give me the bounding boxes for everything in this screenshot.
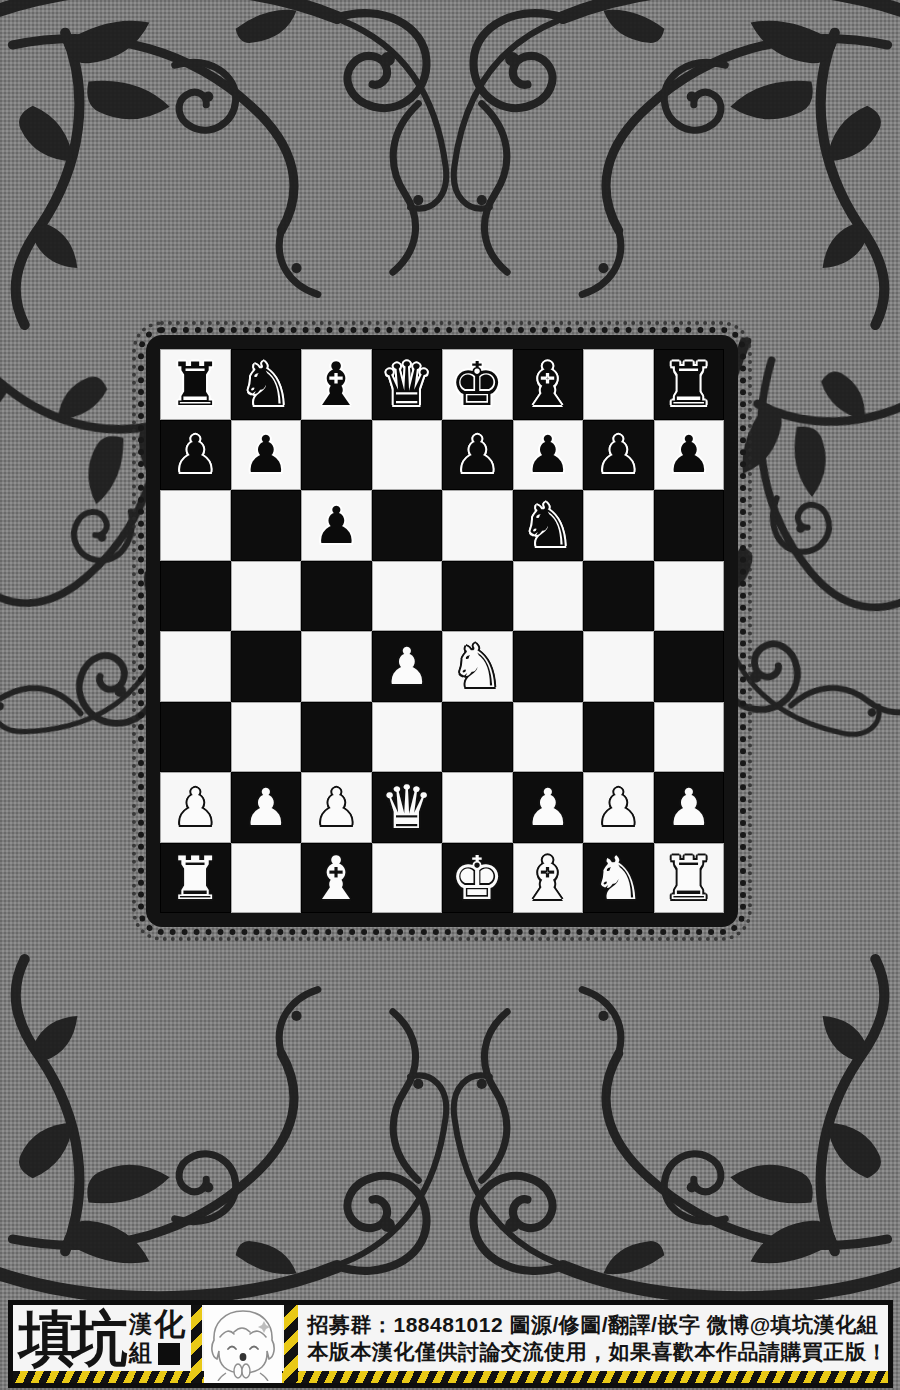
scanlation-group-logo: 填坑 漢 化 組 [13,1305,189,1369]
square-a2: ♟ [160,772,231,843]
square-e7: ♟ [442,420,513,491]
square-b8: ♞ [231,349,302,420]
square-c2: ♟ [301,772,372,843]
footer-text: 招募群：188481012 圖源/修圖/翻譯/嵌字 微博@填坑漢化組 本版本漢化… [300,1305,889,1383]
square-b4 [231,631,302,702]
black-pawn-piece: ♟ [454,429,500,480]
square-f1: ♝ [513,843,584,914]
square-c3 [301,702,372,773]
square-d8: ♛ [372,349,443,420]
black-bishop-piece: ♝ [521,354,575,414]
square-g2: ♟ [583,772,654,843]
square-h1: ♜ [654,843,725,914]
white-knight-piece: ♞ [591,848,645,908]
black-knight-piece: ♞ [239,354,293,414]
white-rook-piece: ♜ [662,848,716,908]
white-pawn-piece: ♟ [666,782,712,833]
square-d5 [372,561,443,632]
manga-page: ♜♞♝♛♚♝♜♟♟♟♟♟♟♟♞♟♞♟♟♟♛♟♟♟♜♝♚♝♞♜ 填坑 漢 化 組 [0,0,900,1390]
black-pawn-piece: ♟ [595,429,641,480]
square-d7 [372,420,443,491]
square-e1: ♚ [442,843,513,914]
white-pawn-piece: ♟ [384,641,430,692]
square-d3 [372,702,443,773]
square-g1: ♞ [583,843,654,914]
square-g8 [583,349,654,420]
square-g6 [583,490,654,561]
square-b1 [231,843,302,914]
square-b6 [231,490,302,561]
square-b7: ♟ [231,420,302,491]
square-b2: ♟ [231,772,302,843]
square-e8: ♚ [442,349,513,420]
square-g7: ♟ [583,420,654,491]
square-c4 [301,631,372,702]
square-f4 [513,631,584,702]
white-pawn-piece: ♟ [172,782,218,833]
square-c8: ♝ [301,349,372,420]
square-g3 [583,702,654,773]
square-h3 [654,702,725,773]
square-a3 [160,702,231,773]
flourish-ornament-top-left [0,0,463,332]
footer-banner: 填坑 漢 化 組 [8,1300,893,1388]
white-bishop-piece: ♝ [309,848,363,908]
black-knight-piece: ♞ [521,495,575,555]
white-queen-piece: ♛ [380,777,434,837]
square-f7: ♟ [513,420,584,491]
hazard-stripe-left [191,1305,202,1383]
square-d2: ♛ [372,772,443,843]
black-pawn-piece: ♟ [525,429,571,480]
square-f5 [513,561,584,632]
square-a7: ♟ [160,420,231,491]
square-a6 [160,490,231,561]
black-bishop-piece: ♝ [309,354,363,414]
logo-square-mark [158,1343,180,1365]
white-knight-piece: ♞ [450,636,504,696]
chessboard: ♜♞♝♛♚♝♜♟♟♟♟♟♟♟♞♟♞♟♟♟♛♟♟♟♜♝♚♝♞♜ [160,349,724,913]
square-c6: ♟ [301,490,372,561]
square-h7: ♟ [654,420,725,491]
board-frame: ♜♞♝♛♚♝♜♟♟♟♟♟♟♟♞♟♞♟♟♟♛♟♟♟♜♝♚♝♞♜ [146,335,738,927]
logo-sub-text: 漢 化 組 [129,1309,185,1365]
square-h8: ♜ [654,349,725,420]
black-queen-piece: ♛ [380,354,434,414]
square-e2 [442,772,513,843]
black-rook-piece: ♜ [168,354,222,414]
square-e4: ♞ [442,631,513,702]
square-a8: ♜ [160,349,231,420]
square-c5 [301,561,372,632]
white-pawn-piece: ♟ [313,782,359,833]
square-f6: ♞ [513,490,584,561]
disclaimer-line: 本版本漢化僅供討論交流使用，如果喜歡本作品請購買正版！ [308,1338,889,1365]
black-pawn-piece: ♟ [243,429,289,480]
square-d4: ♟ [372,631,443,702]
square-e3 [442,702,513,773]
white-rook-piece: ♜ [168,848,222,908]
black-pawn-piece: ♟ [172,429,218,480]
square-g4 [583,631,654,702]
black-rook-piece: ♜ [662,354,716,414]
white-pawn-piece: ♟ [525,782,571,833]
square-f8: ♝ [513,349,584,420]
square-f2: ♟ [513,772,584,843]
square-a5 [160,561,231,632]
square-c7 [301,420,372,491]
hazard-stripe-right [284,1305,297,1383]
square-a4 [160,631,231,702]
black-king-piece: ♚ [450,354,504,414]
square-g5 [583,561,654,632]
white-pawn-piece: ♟ [243,782,289,833]
square-a1: ♜ [160,843,231,914]
flourish-ornament-bottom-left [0,952,463,1302]
square-d6 [372,490,443,561]
square-b5 [231,561,302,632]
black-pawn-piece: ♟ [313,500,359,551]
flourish-ornament-bottom-right [437,952,900,1302]
square-h2: ♟ [654,772,725,843]
square-h6 [654,490,725,561]
white-pawn-piece: ♟ [595,782,641,833]
black-pawn-piece: ♟ [666,429,712,480]
flourish-ornament-top-right [437,0,900,332]
square-h4 [654,631,725,702]
square-f3 [513,702,584,773]
square-e5 [442,561,513,632]
recruit-info-line: 招募群：188481012 圖源/修圖/翻譯/嵌字 微博@填坑漢化組 [308,1311,889,1338]
square-c1: ♝ [301,843,372,914]
white-bishop-piece: ♝ [521,848,575,908]
square-d1 [372,843,443,914]
logo-main-text: 填坑 [19,1306,123,1370]
square-e6 [442,490,513,561]
square-b3 [231,702,302,773]
mascot-chibi-girl [204,1305,282,1383]
square-h5 [654,561,725,632]
white-king-piece: ♚ [450,848,504,908]
